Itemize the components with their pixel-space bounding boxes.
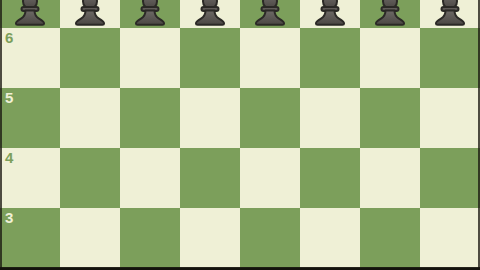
black-pawn-icon[interactable] (72, 0, 108, 27)
rank-label-5: 5 (5, 90, 13, 105)
board-grid: 6543 (0, 0, 480, 268)
square-f7[interactable] (300, 0, 360, 28)
square-a7[interactable] (0, 0, 60, 28)
rank-label-6: 6 (5, 30, 13, 45)
square-e5[interactable] (240, 88, 300, 148)
square-e4[interactable] (240, 148, 300, 208)
square-b4[interactable] (60, 148, 120, 208)
square-e6[interactable] (240, 28, 300, 88)
square-a6[interactable]: 6 (0, 28, 60, 88)
rank-label-3: 3 (5, 210, 13, 225)
square-h6[interactable] (420, 28, 480, 88)
square-c5[interactable] (120, 88, 180, 148)
square-b7[interactable] (60, 0, 120, 28)
square-f4[interactable] (300, 148, 360, 208)
square-b5[interactable] (60, 88, 120, 148)
square-a4[interactable]: 4 (0, 148, 60, 208)
square-g7[interactable] (360, 0, 420, 28)
square-h5[interactable] (420, 88, 480, 148)
square-b3[interactable] (60, 208, 120, 268)
square-b6[interactable] (60, 28, 120, 88)
square-h7[interactable] (420, 0, 480, 28)
square-h3[interactable] (420, 208, 480, 268)
square-d4[interactable] (180, 148, 240, 208)
square-d5[interactable] (180, 88, 240, 148)
square-c4[interactable] (120, 148, 180, 208)
square-d7[interactable] (180, 0, 240, 28)
square-e3[interactable] (240, 208, 300, 268)
square-d3[interactable] (180, 208, 240, 268)
square-g5[interactable] (360, 88, 420, 148)
black-pawn-icon[interactable] (252, 0, 288, 27)
square-c6[interactable] (120, 28, 180, 88)
square-d6[interactable] (180, 28, 240, 88)
black-pawn-icon[interactable] (132, 0, 168, 27)
black-pawn-icon[interactable] (312, 0, 348, 27)
black-pawn-icon[interactable] (432, 0, 468, 27)
chessboard-screenshot: 6543 (0, 0, 480, 270)
square-c7[interactable] (120, 0, 180, 28)
square-f6[interactable] (300, 28, 360, 88)
square-g4[interactable] (360, 148, 420, 208)
square-a3[interactable]: 3 (0, 208, 60, 268)
black-pawn-icon[interactable] (192, 0, 228, 27)
square-c3[interactable] (120, 208, 180, 268)
square-f5[interactable] (300, 88, 360, 148)
square-g6[interactable] (360, 28, 420, 88)
black-pawn-icon[interactable] (12, 0, 48, 27)
black-pawn-icon[interactable] (372, 0, 408, 27)
square-h4[interactable] (420, 148, 480, 208)
square-g3[interactable] (360, 208, 420, 268)
rank-label-4: 4 (5, 150, 13, 165)
square-f3[interactable] (300, 208, 360, 268)
square-a5[interactable]: 5 (0, 88, 60, 148)
square-e7[interactable] (240, 0, 300, 28)
